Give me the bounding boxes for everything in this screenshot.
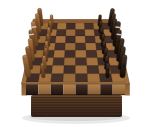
square-c3[interactable] xyxy=(53,58,65,66)
square-h5[interactable] xyxy=(76,23,85,29)
square-g3[interactable] xyxy=(56,29,66,36)
square-f5[interactable] xyxy=(76,36,86,43)
square-g5[interactable] xyxy=(76,29,86,36)
square-e3[interactable] xyxy=(55,43,66,50)
square-b6[interactable] xyxy=(87,66,99,74)
square-grain xyxy=(65,36,75,43)
travel-chess-set-scene: ♖♙♜♟♘♙♞♟♗♙♝♟♔♙♚♟♕♙♛♟♗♙♝♟♘♙♞♟♖♙♜♟ xyxy=(0,0,150,127)
square-f3[interactable] xyxy=(55,36,65,43)
square-c6[interactable] xyxy=(86,58,98,66)
square-grain xyxy=(65,43,75,50)
slab-front-block xyxy=(38,84,50,95)
square-a5[interactable] xyxy=(76,74,88,82)
square-grain xyxy=(64,58,75,66)
box-grain-stripe xyxy=(32,107,122,108)
square-grain xyxy=(65,50,76,58)
slab-frame-right xyxy=(125,84,130,96)
square-a6[interactable] xyxy=(87,74,100,82)
slab-bottom-shadow xyxy=(26,94,125,95)
square-h6[interactable] xyxy=(84,23,94,29)
square-c5[interactable] xyxy=(76,58,87,66)
piece-glyph: ♙ xyxy=(41,67,45,72)
square-g6[interactable] xyxy=(85,29,95,36)
box-grain-stripe xyxy=(32,115,122,116)
slab-front-block xyxy=(113,84,125,95)
piece-black-pawn-a7[interactable]: ♟ xyxy=(106,63,110,78)
square-f6[interactable] xyxy=(85,36,95,43)
piece-glyph: ♟ xyxy=(106,67,110,72)
square-d6[interactable] xyxy=(86,50,97,58)
box-grain-stripe xyxy=(32,110,122,111)
slab-front-block xyxy=(26,84,38,95)
slab-frame-left xyxy=(22,84,27,96)
square-grain xyxy=(64,66,76,74)
square-d5[interactable] xyxy=(76,50,87,58)
square-e6[interactable] xyxy=(86,43,97,50)
square-a3[interactable] xyxy=(51,74,64,82)
square-grain xyxy=(63,74,75,82)
slab-front-block xyxy=(76,84,88,95)
chess-board-photo: ♖♙♜♟♘♙♞♟♗♙♝♟♔♙♚♟♕♙♛♟♗♙♝♟♘♙♞♟♖♙♜♟ xyxy=(0,0,150,127)
slab-front-block xyxy=(88,84,100,95)
box-grain-stripe xyxy=(32,97,122,98)
box-grain-stripe xyxy=(32,105,122,106)
slab-front-block xyxy=(51,84,63,95)
storage-box-front xyxy=(31,95,122,117)
square-b5[interactable] xyxy=(76,66,88,74)
box-top-highlight xyxy=(32,96,122,97)
slab-front-block xyxy=(100,84,112,95)
piece-glyph: ♜ xyxy=(121,63,125,68)
box-grain-stripe xyxy=(32,112,122,113)
box-grain-stripe xyxy=(32,100,122,101)
square-b3[interactable] xyxy=(52,66,64,74)
box-grain-stripe xyxy=(32,102,122,103)
slab-front-block xyxy=(63,84,75,95)
square-h3[interactable] xyxy=(57,23,67,29)
square-grain xyxy=(66,23,75,29)
square-d3[interactable] xyxy=(54,50,65,58)
square-grain xyxy=(66,29,76,36)
square-e5[interactable] xyxy=(76,43,86,50)
